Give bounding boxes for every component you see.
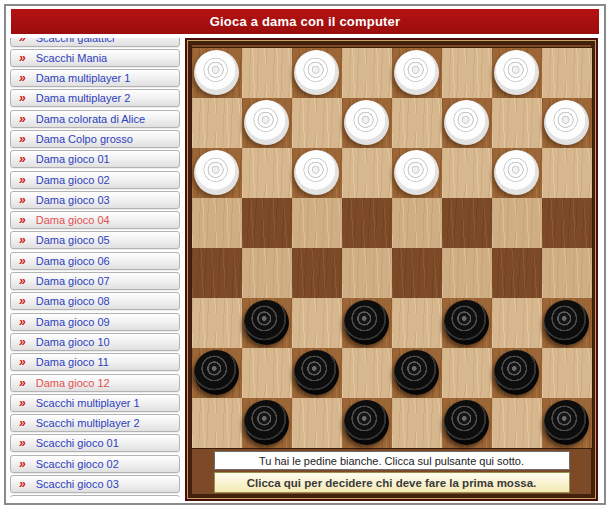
square-g8[interactable]	[492, 48, 542, 98]
double-chevron-icon: »	[19, 113, 26, 125]
double-chevron-icon: »	[19, 255, 26, 267]
sidebar-item-label: Dama gioco 08	[36, 295, 110, 307]
black-checker-piece[interactable]	[294, 350, 339, 395]
square-c7[interactable]	[292, 98, 342, 148]
sidebar-item[interactable]: »Scacchi gioco 02	[10, 455, 180, 473]
square-g4[interactable]	[492, 248, 542, 298]
square-a5[interactable]	[192, 198, 242, 248]
sidebar-item-label: Scacchi gioco 03	[36, 478, 119, 490]
square-f1[interactable]	[442, 398, 492, 448]
square-d5[interactable]	[342, 198, 392, 248]
sidebar-item[interactable]: »Dama gioco 01	[10, 150, 180, 168]
square-b3[interactable]	[242, 298, 292, 348]
page: Gioca a dama con il computer »Scacchi ga…	[4, 4, 606, 505]
double-chevron-icon: »	[19, 38, 26, 44]
square-d3[interactable]	[342, 298, 392, 348]
black-checker-piece[interactable]	[344, 400, 389, 445]
square-h7[interactable]	[542, 98, 592, 148]
sidebar-item-label: Dama gioco 11	[36, 356, 109, 368]
sidebar-item[interactable]: »Dama multiplayer 1	[10, 69, 180, 87]
square-c4[interactable]	[292, 248, 342, 298]
square-g5[interactable]	[492, 198, 542, 248]
black-checker-piece[interactable]	[494, 350, 539, 395]
sidebar-item-label: Dama multiplayer 2	[36, 92, 131, 104]
white-checker-piece[interactable]	[394, 50, 439, 95]
sidebar-item[interactable]: »Dama gioco 06	[10, 252, 180, 270]
square-f8[interactable]	[442, 48, 492, 98]
square-b4[interactable]	[242, 248, 292, 298]
page-title: Gioca a dama con il computer	[210, 14, 401, 29]
double-chevron-icon: »	[19, 417, 26, 429]
square-d4[interactable]	[342, 248, 392, 298]
sidebar-item[interactable]: »Scacchi multiplayer 2	[10, 414, 180, 432]
white-checker-piece[interactable]	[394, 150, 439, 195]
square-b6[interactable]	[242, 148, 292, 198]
square-g7[interactable]	[492, 98, 542, 148]
white-checker-piece[interactable]	[194, 150, 239, 195]
sidebar-item-label: Dama gioco 03	[36, 194, 110, 206]
square-a1[interactable]	[192, 398, 242, 448]
square-a8[interactable]	[192, 48, 242, 98]
sidebar-item[interactable]: »Dama gioco 11	[10, 353, 180, 371]
sidebar-item[interactable]: »Scacchi Mania	[10, 49, 180, 67]
square-e3[interactable]	[392, 298, 442, 348]
sidebar-item-label: Scacchi Mania	[36, 52, 108, 64]
black-checker-piece[interactable]	[444, 400, 489, 445]
status-message: Tu hai le pedine bianche. Clicca sul pul…	[214, 451, 570, 470]
black-checker-piece[interactable]	[344, 300, 389, 345]
square-d1[interactable]	[342, 398, 392, 448]
double-chevron-icon: »	[19, 377, 26, 389]
white-checker-piece[interactable]	[294, 50, 339, 95]
square-b8[interactable]	[242, 48, 292, 98]
black-checker-piece[interactable]	[444, 300, 489, 345]
double-chevron-icon: »	[19, 153, 26, 165]
square-g1[interactable]	[492, 398, 542, 448]
square-b7[interactable]	[242, 98, 292, 148]
square-b5[interactable]	[242, 198, 292, 248]
square-c2[interactable]	[292, 348, 342, 398]
double-chevron-icon: »	[19, 72, 26, 84]
square-e5[interactable]	[392, 198, 442, 248]
double-chevron-icon: »	[19, 234, 26, 246]
square-g6[interactable]	[492, 148, 542, 198]
square-e7[interactable]	[392, 98, 442, 148]
double-chevron-icon: »	[19, 316, 26, 328]
square-h3[interactable]	[542, 298, 592, 348]
sidebar-item[interactable]: »Dama Colpo grosso	[10, 130, 180, 148]
white-checker-piece[interactable]	[344, 100, 389, 145]
white-checker-piece[interactable]	[494, 150, 539, 195]
square-a7[interactable]	[192, 98, 242, 148]
black-checker-piece[interactable]	[244, 400, 289, 445]
sidebar-item[interactable]: »Dama gioco 08	[10, 292, 180, 310]
square-d6[interactable]	[342, 148, 392, 198]
double-chevron-icon: »	[19, 295, 26, 307]
square-h8[interactable]	[542, 48, 592, 98]
sidebar-item-label: Dama Colpo grosso	[36, 133, 133, 145]
sidebar-item-label: Scacchi galattici	[36, 38, 115, 44]
sidebar-item-label: Dama gioco 06	[36, 255, 110, 267]
double-chevron-icon: »	[19, 458, 26, 470]
sidebar-item-label: Scacchi multiplayer 2	[36, 417, 140, 429]
square-e1[interactable]	[392, 398, 442, 448]
white-checker-piece[interactable]	[544, 100, 589, 145]
square-e2[interactable]	[392, 348, 442, 398]
sidebar-item[interactable]: »Dama gioco 02	[10, 171, 180, 189]
sidebar-item-label: Dama gioco 07	[36, 275, 110, 287]
square-e8[interactable]	[392, 48, 442, 98]
black-checker-piece[interactable]	[244, 300, 289, 345]
page-title-bar: Gioca a dama con il computer	[11, 9, 599, 34]
double-chevron-icon: »	[19, 478, 26, 490]
double-chevron-icon: »	[19, 214, 26, 226]
square-c5[interactable]	[292, 198, 342, 248]
white-checker-piece[interactable]	[294, 150, 339, 195]
sidebar-item[interactable]: »Scacchi galattici	[10, 38, 180, 47]
square-d8[interactable]	[342, 48, 392, 98]
white-checker-piece[interactable]	[444, 100, 489, 145]
sidebar-item[interactable]: »Dama multiplayer 2	[10, 89, 180, 107]
sidebar-item-label: Dama multiplayer 1	[36, 72, 131, 84]
checkers-board	[192, 48, 592, 448]
sidebar-item-label: Dama gioco 04	[36, 214, 110, 226]
square-g2[interactable]	[492, 348, 542, 398]
square-b1[interactable]	[242, 398, 292, 448]
sidebar-item-label: Dama gioco 05	[36, 234, 110, 246]
double-chevron-icon: »	[19, 397, 26, 409]
sidebar-item[interactable]: »Dama gioco 09	[10, 313, 180, 331]
square-c3[interactable]	[292, 298, 342, 348]
first-move-button[interactable]: Clicca qui per decidere chi deve fare la…	[214, 472, 570, 493]
sidebar-item-partial[interactable]	[10, 495, 180, 497]
sidebar-item[interactable]: »Dama gioco 10	[10, 333, 180, 351]
sidebar-item[interactable]: »Dama gioco 04	[10, 211, 180, 229]
square-h2[interactable]	[542, 348, 592, 398]
square-c8[interactable]	[292, 48, 342, 98]
square-a4[interactable]	[192, 248, 242, 298]
sidebar-item-label: Dama gioco 09	[36, 316, 110, 328]
sidebar-item-label: Dama gioco 02	[36, 174, 110, 186]
square-c6[interactable]	[292, 148, 342, 198]
double-chevron-icon: »	[19, 336, 26, 348]
board-panel: Tu hai le pedine bianche. Clicca sul pul…	[185, 38, 598, 501]
square-a2[interactable]	[192, 348, 242, 398]
double-chevron-icon: »	[19, 174, 26, 186]
double-chevron-icon: »	[19, 437, 26, 449]
square-e6[interactable]	[392, 148, 442, 198]
square-e4[interactable]	[392, 248, 442, 298]
double-chevron-icon: »	[19, 356, 26, 368]
white-checker-piece[interactable]	[194, 50, 239, 95]
sidebar-item[interactable]: »Scacchi gioco 01	[10, 434, 180, 452]
sidebar-item-label: Dama gioco 01	[36, 153, 110, 165]
black-checker-piece[interactable]	[544, 400, 589, 445]
square-f4[interactable]	[442, 248, 492, 298]
double-chevron-icon: »	[19, 194, 26, 206]
square-f5[interactable]	[442, 198, 492, 248]
square-d2[interactable]	[342, 348, 392, 398]
sidebar-item[interactable]: »Dama gioco 12	[10, 374, 180, 392]
black-checker-piece[interactable]	[394, 350, 439, 395]
white-checker-piece[interactable]	[244, 100, 289, 145]
double-chevron-icon: »	[19, 92, 26, 104]
sidebar-item[interactable]: »Dama gioco 05	[10, 231, 180, 249]
sidebar-item-label: Scacchi gioco 02	[36, 458, 119, 470]
square-h4[interactable]	[542, 248, 592, 298]
sidebar-item[interactable]: »Scacchi multiplayer 1	[10, 394, 180, 412]
square-b2[interactable]	[242, 348, 292, 398]
square-f7[interactable]	[442, 98, 492, 148]
sidebar-item-label: Scacchi gioco 01	[36, 437, 119, 449]
sidebar-item[interactable]: »Dama colorata di Alice	[10, 110, 180, 128]
black-checker-piece[interactable]	[544, 300, 589, 345]
square-h6[interactable]	[542, 148, 592, 198]
square-g3[interactable]	[492, 298, 542, 348]
double-chevron-icon: »	[19, 275, 26, 287]
square-c1[interactable]	[292, 398, 342, 448]
sidebar-item-label: Scacchi multiplayer 1	[36, 397, 140, 409]
square-f3[interactable]	[442, 298, 492, 348]
sidebar: »Scacchi galattici»Scacchi Mania»Dama mu…	[10, 38, 180, 497]
sidebar-item-label: Dama gioco 10	[36, 336, 110, 348]
sidebar-list: »Scacchi galattici»Scacchi Mania»Dama mu…	[10, 38, 180, 497]
double-chevron-icon: »	[19, 133, 26, 145]
sidebar-item[interactable]: »Dama gioco 03	[10, 191, 180, 209]
square-a3[interactable]	[192, 298, 242, 348]
square-h1[interactable]	[542, 398, 592, 448]
sidebar-item-label: Dama gioco 12	[36, 377, 110, 389]
sidebar-item[interactable]: »Scacchi gioco 03	[10, 475, 180, 493]
square-d7[interactable]	[342, 98, 392, 148]
square-a6[interactable]	[192, 148, 242, 198]
double-chevron-icon: »	[19, 52, 26, 64]
sidebar-item[interactable]: »Dama gioco 07	[10, 272, 180, 290]
square-f6[interactable]	[442, 148, 492, 198]
white-checker-piece[interactable]	[494, 50, 539, 95]
black-checker-piece[interactable]	[194, 350, 239, 395]
square-h5[interactable]	[542, 198, 592, 248]
square-f2[interactable]	[442, 348, 492, 398]
sidebar-item-label: Dama colorata di Alice	[36, 113, 145, 125]
